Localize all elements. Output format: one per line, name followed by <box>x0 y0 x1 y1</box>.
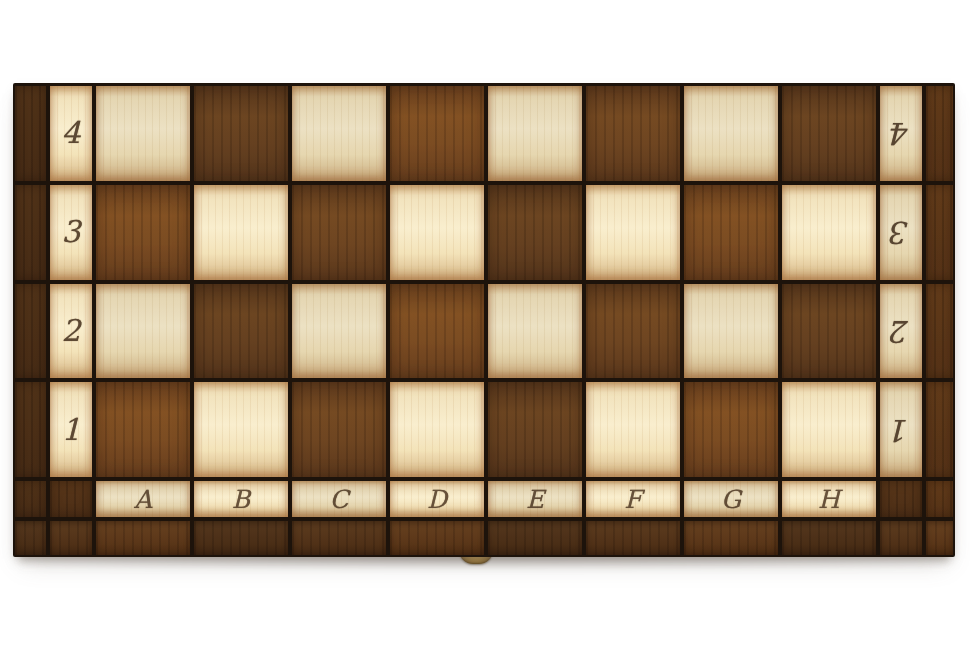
square-b1 <box>194 382 288 477</box>
square-a1 <box>96 382 190 477</box>
rank-label-4-left: 4 <box>61 118 80 148</box>
rank-label-cell-3-left: 3 <box>50 185 92 280</box>
chess-board: 44332211ABCDEFGH <box>13 83 955 557</box>
file-label-cell-d: D <box>390 481 484 517</box>
file-label-g: G <box>721 487 741 512</box>
rank-label-cell-2-left: 2 <box>50 284 92 379</box>
square-b2 <box>194 284 288 379</box>
file-label-b: B <box>232 487 250 512</box>
square-a4 <box>96 86 190 181</box>
box-edge-segment-7 <box>586 521 680 555</box>
product-photo: 44332211ABCDEFGH <box>0 0 970 647</box>
square-g1 <box>684 382 778 477</box>
rank-label-2-left: 2 <box>61 316 80 346</box>
frame-left-rank-3 <box>15 185 46 280</box>
box-edge-segment-0 <box>15 521 46 555</box>
rank-label-cell-3-right: 3 <box>880 185 922 280</box>
frame-left-rank-1 <box>15 382 46 477</box>
square-h1 <box>782 382 876 477</box>
square-a2 <box>96 284 190 379</box>
rank-label-cell-4-right: 4 <box>880 86 922 181</box>
letter-row-spacer-left <box>50 481 92 517</box>
file-label-c: C <box>329 487 348 512</box>
box-edge-segment-10 <box>880 521 922 555</box>
file-label-e: E <box>526 487 544 512</box>
rank-label-4-right: 4 <box>891 118 910 148</box>
box-edge-segment-8 <box>684 521 778 555</box>
file-label-a: A <box>134 487 152 512</box>
frame-right-rank-1 <box>926 382 953 477</box>
letter-row-spacer-right <box>880 481 922 517</box>
square-c1 <box>292 382 386 477</box>
box-edge-segment-5 <box>390 521 484 555</box>
square-f4 <box>586 86 680 181</box>
frame-right-letter-row <box>926 481 953 517</box>
square-f2 <box>586 284 680 379</box>
square-h3 <box>782 185 876 280</box>
rank-label-2-right: 2 <box>891 316 910 346</box>
file-label-cell-c: C <box>292 481 386 517</box>
rank-label-3-left: 3 <box>61 217 80 247</box>
box-edge-segment-1 <box>50 521 92 555</box>
square-h4 <box>782 86 876 181</box>
square-f1 <box>586 382 680 477</box>
file-label-cell-b: B <box>194 481 288 517</box>
box-edge-segment-2 <box>96 521 190 555</box>
square-h2 <box>782 284 876 379</box>
square-a3 <box>96 185 190 280</box>
file-label-cell-e: E <box>488 481 582 517</box>
rank-label-cell-1-left: 1 <box>50 382 92 477</box>
square-c3 <box>292 185 386 280</box>
file-label-h: H <box>818 487 840 512</box>
square-e4 <box>488 86 582 181</box>
rank-label-cell-2-right: 2 <box>880 284 922 379</box>
frame-left-letter-row <box>15 481 46 517</box>
square-g2 <box>684 284 778 379</box>
square-g3 <box>684 185 778 280</box>
frame-right-rank-4 <box>926 86 953 181</box>
square-g4 <box>684 86 778 181</box>
file-label-d: D <box>427 487 447 512</box>
square-e3 <box>488 185 582 280</box>
square-e2 <box>488 284 582 379</box>
rank-label-1-left: 1 <box>61 415 80 445</box>
box-edge-segment-9 <box>782 521 876 555</box>
square-f3 <box>586 185 680 280</box>
square-b4 <box>194 86 288 181</box>
frame-right-rank-3 <box>926 185 953 280</box>
file-label-cell-g: G <box>684 481 778 517</box>
box-edge-segment-4 <box>292 521 386 555</box>
square-d3 <box>390 185 484 280</box>
box-edge-segment-6 <box>488 521 582 555</box>
square-b3 <box>194 185 288 280</box>
file-label-cell-h: H <box>782 481 876 517</box>
square-d1 <box>390 382 484 477</box>
file-label-f: F <box>624 487 641 512</box>
square-c2 <box>292 284 386 379</box>
rank-label-3-right: 3 <box>891 217 910 247</box>
square-c4 <box>292 86 386 181</box>
square-d4 <box>390 86 484 181</box>
box-edge-segment-3 <box>194 521 288 555</box>
rank-label-1-right: 1 <box>891 415 910 445</box>
box-edge-segment-11 <box>926 521 953 555</box>
rank-label-cell-1-right: 1 <box>880 382 922 477</box>
frame-right-rank-2 <box>926 284 953 379</box>
frame-left-rank-4 <box>15 86 46 181</box>
square-d2 <box>390 284 484 379</box>
file-label-cell-a: A <box>96 481 190 517</box>
file-label-cell-f: F <box>586 481 680 517</box>
rank-label-cell-4-left: 4 <box>50 86 92 181</box>
frame-left-rank-2 <box>15 284 46 379</box>
square-e1 <box>488 382 582 477</box>
